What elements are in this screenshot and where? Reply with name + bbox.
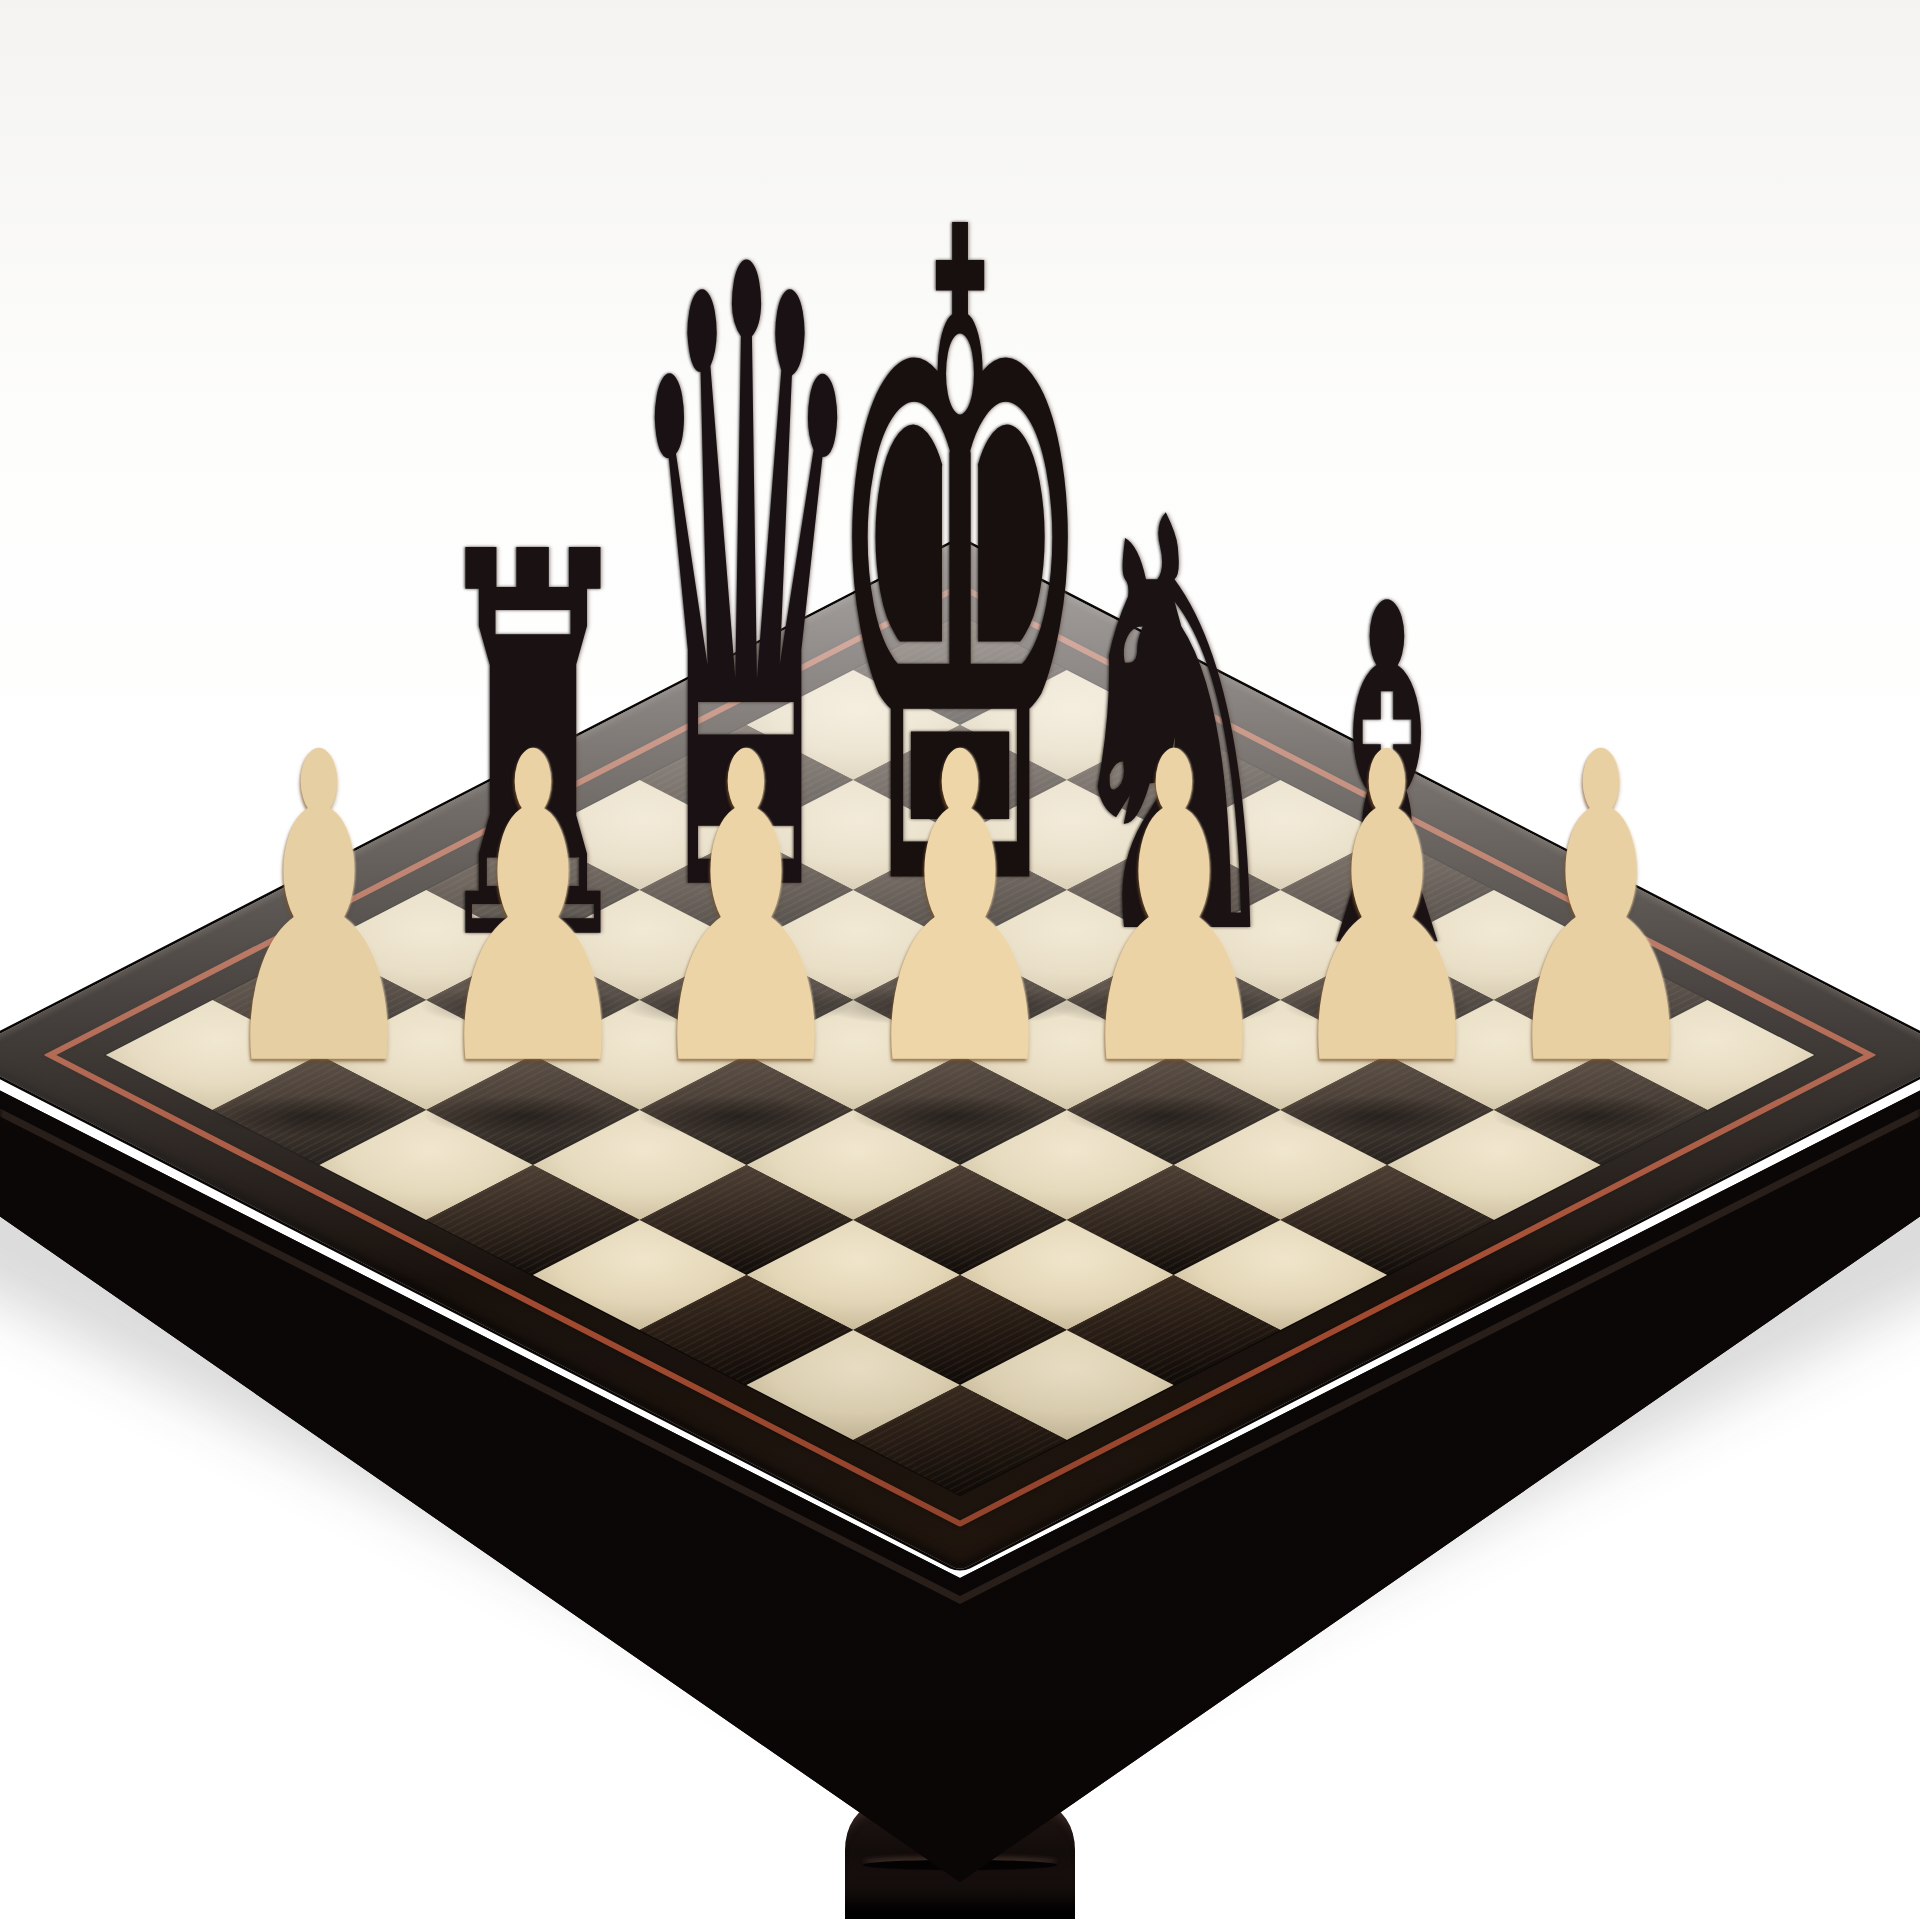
pieces-layer: ♜♛♚♞♝♟♟♟♟♟♟♟ — [0, 0, 1920, 1919]
piece-white-pawn-g1[interactable]: ♟ — [1498, 699, 1704, 1125]
chess-table-scene: ♜♛♚♞♝♟♟♟♟♟♟♟ — [0, 0, 1920, 1919]
piece-white-pawn-c5[interactable]: ♟ — [644, 699, 850, 1125]
piece-white-pawn-e3[interactable]: ♟ — [1071, 699, 1277, 1125]
piece-white-pawn-f2[interactable]: ♟ — [1284, 699, 1490, 1125]
piece-white-pawn-d4[interactable]: ♟ — [857, 699, 1063, 1125]
piece-white-pawn-b6[interactable]: ♟ — [430, 699, 636, 1125]
piece-white-pawn-a7[interactable]: ♟ — [216, 699, 422, 1125]
